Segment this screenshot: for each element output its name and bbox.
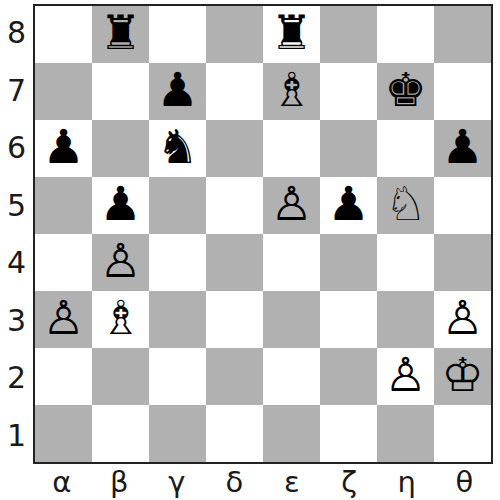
white-king[interactable]: ♔: [441, 346, 483, 403]
square-δ2[interactable]: [206, 348, 263, 405]
square-β2[interactable]: [92, 348, 149, 405]
square-β8[interactable]: ♜: [92, 6, 149, 63]
square-β5[interactable]: ♟: [92, 177, 149, 234]
square-γ1[interactable]: [149, 405, 206, 462]
square-θ3[interactable]: ♙: [434, 291, 491, 348]
square-ζ3[interactable]: [320, 291, 377, 348]
square-ζ1[interactable]: [320, 405, 377, 462]
square-θ7[interactable]: [434, 63, 491, 120]
file-labels: αβγδεζηθ: [33, 464, 493, 500]
chess-diagram: 87654321 ♜♜♟♗♚♟♞♟♟♙♟♘♙♙♗♙♙♔ αβγδεζηθ: [0, 0, 500, 500]
square-η2[interactable]: ♙: [377, 348, 434, 405]
square-β7[interactable]: [92, 63, 149, 120]
square-γ5[interactable]: [149, 177, 206, 234]
black-pawn[interactable]: ♟: [327, 175, 369, 232]
square-η3[interactable]: [377, 291, 434, 348]
square-δ6[interactable]: [206, 120, 263, 177]
square-β3[interactable]: ♗: [92, 291, 149, 348]
white-knight[interactable]: ♘: [384, 175, 426, 232]
square-δ7[interactable]: [206, 63, 263, 120]
square-ε7[interactable]: ♗: [263, 63, 320, 120]
square-α5[interactable]: [35, 177, 92, 234]
rank-label-2: 2: [0, 349, 33, 407]
rank-label-6: 6: [0, 119, 33, 177]
square-ε2[interactable]: [263, 348, 320, 405]
square-ζ2[interactable]: [320, 348, 377, 405]
square-η1[interactable]: [377, 405, 434, 462]
square-ε6[interactable]: [263, 120, 320, 177]
rank-label-1: 1: [0, 407, 33, 465]
chess-board: ♜♜♟♗♚♟♞♟♟♙♟♘♙♙♗♙♙♔: [33, 4, 493, 464]
file-label-β: β: [91, 464, 149, 500]
file-label-γ: γ: [148, 464, 206, 500]
square-η6[interactable]: [377, 120, 434, 177]
square-γ7[interactable]: ♟: [149, 63, 206, 120]
rank-label-7: 7: [0, 62, 33, 120]
square-β6[interactable]: [92, 120, 149, 177]
square-α7[interactable]: [35, 63, 92, 120]
white-bishop[interactable]: ♗: [270, 61, 312, 118]
white-pawn[interactable]: ♙: [99, 232, 141, 289]
square-η5[interactable]: ♘: [377, 177, 434, 234]
file-label-θ: θ: [436, 464, 494, 500]
square-γ4[interactable]: [149, 234, 206, 291]
square-α4[interactable]: [35, 234, 92, 291]
file-label-ζ: ζ: [321, 464, 379, 500]
square-α8[interactable]: [35, 6, 92, 63]
square-δ4[interactable]: [206, 234, 263, 291]
square-ζ8[interactable]: [320, 6, 377, 63]
square-θ8[interactable]: [434, 6, 491, 63]
square-θ1[interactable]: [434, 405, 491, 462]
square-η4[interactable]: [377, 234, 434, 291]
square-δ3[interactable]: [206, 291, 263, 348]
file-label-α: α: [33, 464, 91, 500]
rank-label-5: 5: [0, 177, 33, 235]
square-θ5[interactable]: [434, 177, 491, 234]
square-β4[interactable]: ♙: [92, 234, 149, 291]
black-pawn[interactable]: ♟: [441, 118, 483, 175]
square-ζ4[interactable]: [320, 234, 377, 291]
file-label-η: η: [378, 464, 436, 500]
black-knight[interactable]: ♞: [156, 118, 198, 175]
white-pawn[interactable]: ♙: [384, 346, 426, 403]
file-label-δ: δ: [206, 464, 264, 500]
black-rook[interactable]: ♜: [270, 4, 312, 61]
square-θ4[interactable]: [434, 234, 491, 291]
square-η7[interactable]: ♚: [377, 63, 434, 120]
white-pawn[interactable]: ♙: [441, 289, 483, 346]
square-ζ7[interactable]: [320, 63, 377, 120]
square-δ8[interactable]: [206, 6, 263, 63]
white-bishop[interactable]: ♗: [99, 289, 141, 346]
black-pawn[interactable]: ♟: [42, 118, 84, 175]
rank-label-8: 8: [0, 4, 33, 62]
file-label-ε: ε: [263, 464, 321, 500]
square-γ8[interactable]: [149, 6, 206, 63]
square-ε4[interactable]: [263, 234, 320, 291]
square-ε8[interactable]: ♜: [263, 6, 320, 63]
rank-label-3: 3: [0, 292, 33, 350]
black-pawn[interactable]: ♟: [99, 175, 141, 232]
rank-labels: 87654321: [0, 4, 33, 464]
black-rook[interactable]: ♜: [99, 4, 141, 61]
square-α6[interactable]: ♟: [35, 120, 92, 177]
square-ε1[interactable]: [263, 405, 320, 462]
square-γ6[interactable]: ♞: [149, 120, 206, 177]
square-ε3[interactable]: [263, 291, 320, 348]
white-pawn[interactable]: ♙: [42, 289, 84, 346]
square-ζ6[interactable]: [320, 120, 377, 177]
black-pawn[interactable]: ♟: [156, 61, 198, 118]
square-δ1[interactable]: [206, 405, 263, 462]
square-α1[interactable]: [35, 405, 92, 462]
square-α2[interactable]: [35, 348, 92, 405]
rank-label-4: 4: [0, 234, 33, 292]
square-θ2[interactable]: ♔: [434, 348, 491, 405]
square-δ5[interactable]: [206, 177, 263, 234]
square-α3[interactable]: ♙: [35, 291, 92, 348]
square-η8[interactable]: [377, 6, 434, 63]
square-ζ5[interactable]: ♟: [320, 177, 377, 234]
square-β1[interactable]: [92, 405, 149, 462]
square-γ2[interactable]: [149, 348, 206, 405]
black-king[interactable]: ♚: [384, 61, 426, 118]
white-pawn[interactable]: ♙: [270, 175, 312, 232]
square-ε5[interactable]: ♙: [263, 177, 320, 234]
square-γ3[interactable]: [149, 291, 206, 348]
square-θ6[interactable]: ♟: [434, 120, 491, 177]
